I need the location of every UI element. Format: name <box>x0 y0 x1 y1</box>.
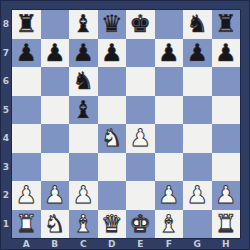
piece-black-knight[interactable]: ♞ <box>72 67 94 95</box>
square-e7[interactable] <box>126 39 155 68</box>
square-b5[interactable] <box>41 96 70 125</box>
square-g1[interactable] <box>183 210 212 239</box>
square-a8[interactable]: ♜ <box>12 10 41 39</box>
rank-label-2: 2 <box>0 181 12 210</box>
chess-board[interactable]: ♜♝♛♚♞♜♟♟♟♟♟♟♟♞♝♞♟♟♟♟♟♟♟♜♞♝♛♚♝♜ <box>12 10 240 238</box>
square-b1[interactable]: ♞ <box>41 210 70 239</box>
square-c4[interactable] <box>69 124 98 153</box>
square-e1[interactable]: ♚ <box>126 210 155 239</box>
rank-label-6: 6 <box>0 67 12 96</box>
square-e6[interactable] <box>126 67 155 96</box>
file-label-a: A <box>12 238 41 250</box>
square-f5[interactable] <box>155 96 184 125</box>
square-h2[interactable]: ♟ <box>212 181 241 210</box>
square-a3[interactable] <box>12 153 41 182</box>
piece-black-rook[interactable]: ♜ <box>215 10 237 38</box>
file-label-c: C <box>69 238 98 250</box>
piece-black-rook[interactable]: ♜ <box>15 10 37 38</box>
piece-white-bishop[interactable]: ♝ <box>72 210 94 238</box>
square-d6[interactable] <box>98 67 127 96</box>
square-g5[interactable] <box>183 96 212 125</box>
piece-black-knight[interactable]: ♞ <box>186 10 208 38</box>
square-a1[interactable]: ♜ <box>12 210 41 239</box>
piece-white-rook[interactable]: ♜ <box>15 210 37 238</box>
piece-black-pawn[interactable]: ♟ <box>158 39 180 67</box>
square-g2[interactable]: ♟ <box>183 181 212 210</box>
square-d5[interactable] <box>98 96 127 125</box>
square-f8[interactable] <box>155 10 184 39</box>
square-a5[interactable] <box>12 96 41 125</box>
file-label-h: H <box>212 238 241 250</box>
square-e5[interactable] <box>126 96 155 125</box>
square-h4[interactable] <box>212 124 241 153</box>
square-f4[interactable] <box>155 124 184 153</box>
square-b6[interactable] <box>41 67 70 96</box>
piece-white-pawn[interactable]: ♟ <box>44 181 66 209</box>
square-c1[interactable]: ♝ <box>69 210 98 239</box>
piece-black-queen[interactable]: ♛ <box>101 10 123 38</box>
square-g7[interactable]: ♟ <box>183 39 212 68</box>
square-e4[interactable]: ♟ <box>126 124 155 153</box>
file-label-d: D <box>98 238 127 250</box>
square-b3[interactable] <box>41 153 70 182</box>
piece-black-pawn[interactable]: ♟ <box>186 39 208 67</box>
square-c5[interactable]: ♝ <box>69 96 98 125</box>
square-b7[interactable]: ♟ <box>41 39 70 68</box>
rank-labels: 87654321 <box>0 10 12 238</box>
piece-black-pawn[interactable]: ♟ <box>72 39 94 67</box>
square-e8[interactable]: ♚ <box>126 10 155 39</box>
square-a6[interactable] <box>12 67 41 96</box>
rank-label-1: 1 <box>0 210 12 239</box>
square-a7[interactable]: ♟ <box>12 39 41 68</box>
square-h8[interactable]: ♜ <box>212 10 241 39</box>
piece-black-pawn[interactable]: ♟ <box>44 39 66 67</box>
square-f6[interactable] <box>155 67 184 96</box>
file-label-f: F <box>155 238 184 250</box>
piece-black-pawn[interactable]: ♟ <box>215 39 237 67</box>
piece-white-rook[interactable]: ♜ <box>215 210 237 238</box>
square-e3[interactable] <box>126 153 155 182</box>
square-d2[interactable] <box>98 181 127 210</box>
square-e2[interactable] <box>126 181 155 210</box>
piece-black-bishop[interactable]: ♝ <box>72 10 94 38</box>
rank-label-5: 5 <box>0 96 12 125</box>
square-c2[interactable]: ♟ <box>69 181 98 210</box>
file-labels: ABCDEFGH <box>12 238 240 250</box>
rank-label-7: 7 <box>0 39 12 68</box>
square-f1[interactable]: ♝ <box>155 210 184 239</box>
file-label-e: E <box>126 238 155 250</box>
rank-label-4: 4 <box>0 124 12 153</box>
square-d3[interactable] <box>98 153 127 182</box>
piece-white-queen[interactable]: ♛ <box>101 210 123 238</box>
piece-white-pawn[interactable]: ♟ <box>158 181 180 209</box>
square-b2[interactable]: ♟ <box>41 181 70 210</box>
square-g3[interactable] <box>183 153 212 182</box>
piece-black-bishop[interactable]: ♝ <box>72 96 94 124</box>
piece-white-bishop[interactable]: ♝ <box>158 210 180 238</box>
square-d7[interactable]: ♟ <box>98 39 127 68</box>
square-g8[interactable]: ♞ <box>183 10 212 39</box>
square-f7[interactable]: ♟ <box>155 39 184 68</box>
square-h5[interactable] <box>212 96 241 125</box>
square-b8[interactable] <box>41 10 70 39</box>
square-g6[interactable] <box>183 67 212 96</box>
square-c8[interactable]: ♝ <box>69 10 98 39</box>
piece-black-pawn[interactable]: ♟ <box>101 39 123 67</box>
piece-white-knight[interactable]: ♞ <box>101 124 123 152</box>
square-d4[interactable]: ♞ <box>98 124 127 153</box>
rank-label-8: 8 <box>0 10 12 39</box>
square-d8[interactable]: ♛ <box>98 10 127 39</box>
piece-white-pawn[interactable]: ♟ <box>129 124 151 152</box>
square-c3[interactable] <box>69 153 98 182</box>
square-h3[interactable] <box>212 153 241 182</box>
piece-white-pawn[interactable]: ♟ <box>186 181 208 209</box>
square-b4[interactable] <box>41 124 70 153</box>
rank-label-3: 3 <box>0 153 12 182</box>
piece-white-knight[interactable]: ♞ <box>44 210 66 238</box>
square-h1[interactable]: ♜ <box>212 210 241 239</box>
square-f2[interactable]: ♟ <box>155 181 184 210</box>
piece-white-pawn[interactable]: ♟ <box>72 181 94 209</box>
square-g4[interactable] <box>183 124 212 153</box>
file-label-b: B <box>41 238 70 250</box>
square-a2[interactable]: ♟ <box>12 181 41 210</box>
square-f3[interactable] <box>155 153 184 182</box>
square-d1[interactable]: ♛ <box>98 210 127 239</box>
piece-black-pawn[interactable]: ♟ <box>15 39 37 67</box>
square-c7[interactable]: ♟ <box>69 39 98 68</box>
piece-white-pawn[interactable]: ♟ <box>15 181 37 209</box>
piece-white-king[interactable]: ♚ <box>129 210 151 238</box>
piece-black-king[interactable]: ♚ <box>129 10 151 38</box>
chess-board-frame: 87654321 ♜♝♛♚♞♜♟♟♟♟♟♟♟♞♝♞♟♟♟♟♟♟♟♜♞♝♛♚♝♜ … <box>0 0 250 250</box>
square-c6[interactable]: ♞ <box>69 67 98 96</box>
square-a4[interactable] <box>12 124 41 153</box>
square-h7[interactable]: ♟ <box>212 39 241 68</box>
piece-white-pawn[interactable]: ♟ <box>215 181 237 209</box>
square-h6[interactable] <box>212 67 241 96</box>
file-label-g: G <box>183 238 212 250</box>
